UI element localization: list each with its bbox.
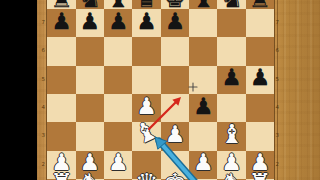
white-rook-a1[interactable]: ♜: [47, 169, 75, 180]
square-h7[interactable]: [246, 9, 274, 37]
square-b5[interactable]: [76, 66, 104, 94]
square-a4[interactable]: [47, 94, 75, 122]
square-h5[interactable]: ♟: [246, 66, 274, 94]
square-f2[interactable]: ♟: [189, 151, 217, 179]
square-g5[interactable]: ♟: [217, 66, 245, 94]
square-a6[interactable]: [47, 37, 75, 65]
black-pawn-e7[interactable]: ♟: [161, 7, 189, 35]
square-b7[interactable]: ♟: [76, 9, 104, 37]
square-g7[interactable]: [217, 9, 245, 37]
letterbox-bar: [0, 0, 37, 180]
chess-board: ♜♞♝♛♚♝♞♜♟♟♟♟♟♟♟♟♟♝♟♝♟♟♟♟♟♟♜♞♛♚♞♜: [47, 0, 274, 180]
white-pawn-c2[interactable]: ♟: [104, 149, 132, 177]
white-pawn-e3[interactable]: ♟: [161, 120, 189, 148]
square-h3[interactable]: [246, 122, 274, 150]
square-g3[interactable]: ♝: [217, 122, 245, 150]
white-pawn-f2[interactable]: ♟: [189, 149, 217, 177]
square-f5[interactable]: [189, 66, 217, 94]
white-queen-d1[interactable]: ♛: [132, 169, 160, 180]
white-knight-g1[interactable]: ♞: [217, 169, 245, 180]
square-g8[interactable]: ♞: [217, 0, 245, 9]
square-f7[interactable]: [189, 9, 217, 37]
square-f1[interactable]: [189, 179, 217, 180]
square-e6[interactable]: [161, 37, 189, 65]
square-d7[interactable]: ♟: [132, 9, 160, 37]
square-e1[interactable]: ♚: [161, 179, 189, 180]
square-b4[interactable]: [76, 94, 104, 122]
chess-app-screen: ♜♞♝♛♚♝♞♜♟♟♟♟♟♟♟♟♟♝♟♝♟♟♟♟♟♟♜♞♛♚♞♜ 7766554…: [0, 0, 320, 180]
square-a3[interactable]: [47, 122, 75, 150]
rank-label-3-right: 3: [276, 133, 280, 139]
square-g4[interactable]: [217, 94, 245, 122]
square-h4[interactable]: [246, 94, 274, 122]
black-pawn-g5[interactable]: ♟: [217, 64, 245, 92]
square-f6[interactable]: [189, 37, 217, 65]
square-e5[interactable]: [161, 66, 189, 94]
black-pawn-c7[interactable]: ♟: [104, 7, 132, 35]
square-e7[interactable]: ♟: [161, 9, 189, 37]
white-king-e1[interactable]: ♚: [161, 169, 189, 180]
square-e4[interactable]: [161, 94, 189, 122]
square-d6[interactable]: [132, 37, 160, 65]
square-g6[interactable]: [217, 37, 245, 65]
rank-label-6-right: 6: [276, 48, 280, 54]
rank-label-2-right: 2: [276, 162, 280, 168]
black-pawn-a7[interactable]: ♟: [47, 7, 75, 35]
square-a1[interactable]: ♜: [47, 179, 75, 180]
rank-label-4-left: 4: [42, 105, 46, 111]
rank-label-7-right: 7: [276, 20, 280, 26]
square-h6[interactable]: [246, 37, 274, 65]
square-b1[interactable]: ♞: [76, 179, 104, 180]
square-b6[interactable]: [76, 37, 104, 65]
square-c7[interactable]: ♟: [104, 9, 132, 37]
rank-label-7-left: 7: [42, 20, 46, 26]
square-f8[interactable]: ♝: [189, 0, 217, 9]
rank-label-4-right: 4: [276, 105, 280, 111]
square-f4[interactable]: ♟: [189, 94, 217, 122]
black-pawn-b7[interactable]: ♟: [76, 7, 104, 35]
square-e3[interactable]: ♟: [161, 122, 189, 150]
square-h8[interactable]: ♜: [246, 0, 274, 9]
rank-label-5-left: 5: [42, 77, 46, 83]
rank-label-3-left: 3: [42, 133, 46, 139]
square-b3[interactable]: [76, 122, 104, 150]
black-pawn-h5[interactable]: ♟: [246, 64, 274, 92]
square-a5[interactable]: [47, 66, 75, 94]
square-h1[interactable]: ♜: [246, 179, 274, 180]
square-c4[interactable]: [104, 94, 132, 122]
white-knight-b1[interactable]: ♞: [76, 169, 104, 180]
square-g1[interactable]: ♞: [217, 179, 245, 180]
white-bishop-g3[interactable]: ♝: [217, 120, 245, 148]
black-pawn-d7[interactable]: ♟: [132, 7, 160, 35]
square-a7[interactable]: ♟: [47, 9, 75, 37]
square-c2[interactable]: ♟: [104, 151, 132, 179]
square-d1[interactable]: ♛: [132, 179, 160, 180]
square-c1[interactable]: [104, 179, 132, 180]
square-c5[interactable]: [104, 66, 132, 94]
rank-label-6-left: 6: [42, 48, 46, 54]
square-d3[interactable]: ♝: [132, 122, 160, 150]
white-rook-h1[interactable]: ♜: [246, 169, 274, 180]
black-pawn-f4[interactable]: ♟: [189, 92, 217, 120]
wood-seam-line: [277, 0, 278, 180]
rank-label-5-right: 5: [276, 77, 280, 83]
square-d5[interactable]: [132, 66, 160, 94]
rank-label-2-left: 2: [42, 162, 46, 168]
square-f3[interactable]: [189, 122, 217, 150]
square-c6[interactable]: [104, 37, 132, 65]
